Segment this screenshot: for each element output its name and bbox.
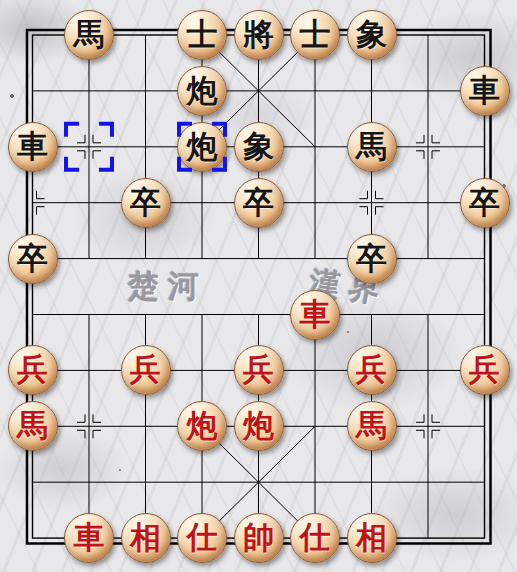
piece-glyph: 卒 [122, 179, 170, 227]
piece-glyph: 炮 [235, 402, 283, 450]
piece-glyph: 相 [348, 514, 396, 562]
piece-glyph: 車 [291, 291, 339, 339]
piece-glyph: 相 [122, 514, 170, 562]
piece-glyph: 馬 [348, 402, 396, 450]
piece-red-chariot[interactable]: 車 [290, 290, 340, 340]
piece-red-elephant[interactable]: 相 [347, 513, 397, 563]
piece-red-elephant[interactable]: 相 [121, 513, 171, 563]
piece-red-general[interactable]: 帥 [234, 513, 284, 563]
piece-glyph: 炮 [178, 402, 226, 450]
piece-glyph: 卒 [461, 179, 509, 227]
piece-black-advisor[interactable]: 士 [177, 10, 227, 60]
piece-glyph: 卒 [9, 235, 57, 283]
piece-black-soldier[interactable]: 卒 [8, 234, 58, 284]
river-label-chu-he: 楚河 [128, 266, 208, 308]
piece-red-advisor[interactable]: 仕 [290, 513, 340, 563]
xiangqi-board[interactable]: 楚河 漢界 馬士將士象炮車車炮象馬卒卒卒卒卒車兵兵兵兵兵馬炮炮馬車相仕帥仕相 [0, 0, 517, 572]
piece-glyph: 馬 [65, 11, 113, 59]
piece-glyph: 兵 [461, 346, 509, 394]
piece-glyph: 兵 [235, 346, 283, 394]
piece-glyph: 馬 [9, 402, 57, 450]
piece-black-horse[interactable]: 馬 [64, 10, 114, 60]
piece-red-horse[interactable]: 馬 [8, 401, 58, 451]
piece-red-cannon[interactable]: 炮 [177, 401, 227, 451]
piece-glyph: 車 [9, 123, 57, 171]
piece-black-chariot[interactable]: 車 [460, 66, 510, 116]
piece-black-chariot[interactable]: 車 [8, 122, 58, 172]
board-grid [0, 0, 517, 572]
piece-glyph: 卒 [348, 235, 396, 283]
piece-black-horse[interactable]: 馬 [347, 122, 397, 172]
piece-red-horse[interactable]: 馬 [347, 401, 397, 451]
piece-black-soldier[interactable]: 卒 [234, 178, 284, 228]
piece-red-soldier[interactable]: 兵 [121, 345, 171, 395]
piece-glyph: 象 [348, 11, 396, 59]
piece-red-soldier[interactable]: 兵 [8, 345, 58, 395]
piece-black-soldier[interactable]: 卒 [460, 178, 510, 228]
piece-black-advisor[interactable]: 士 [290, 10, 340, 60]
piece-black-soldier[interactable]: 卒 [121, 178, 171, 228]
piece-red-advisor[interactable]: 仕 [177, 513, 227, 563]
piece-glyph: 仕 [291, 514, 339, 562]
piece-black-soldier[interactable]: 卒 [347, 234, 397, 284]
piece-glyph: 帥 [235, 514, 283, 562]
piece-red-chariot[interactable]: 車 [64, 513, 114, 563]
piece-glyph: 兵 [9, 346, 57, 394]
piece-glyph: 炮 [178, 67, 226, 115]
piece-glyph: 馬 [348, 123, 396, 171]
piece-red-soldier[interactable]: 兵 [347, 345, 397, 395]
piece-glyph: 車 [461, 67, 509, 115]
piece-glyph: 將 [235, 11, 283, 59]
piece-glyph: 兵 [348, 346, 396, 394]
piece-glyph: 象 [235, 123, 283, 171]
piece-black-cannon[interactable]: 炮 [177, 122, 227, 172]
piece-black-elephant[interactable]: 象 [234, 122, 284, 172]
piece-glyph: 卒 [235, 179, 283, 227]
piece-black-cannon[interactable]: 炮 [177, 66, 227, 116]
piece-glyph: 車 [65, 514, 113, 562]
piece-red-cannon[interactable]: 炮 [234, 401, 284, 451]
piece-glyph: 仕 [178, 514, 226, 562]
piece-red-soldier[interactable]: 兵 [460, 345, 510, 395]
piece-black-elephant[interactable]: 象 [347, 10, 397, 60]
piece-glyph: 士 [178, 11, 226, 59]
piece-black-general[interactable]: 將 [234, 10, 284, 60]
piece-glyph: 士 [291, 11, 339, 59]
piece-glyph: 炮 [178, 123, 226, 171]
piece-glyph: 兵 [122, 346, 170, 394]
piece-red-soldier[interactable]: 兵 [234, 345, 284, 395]
